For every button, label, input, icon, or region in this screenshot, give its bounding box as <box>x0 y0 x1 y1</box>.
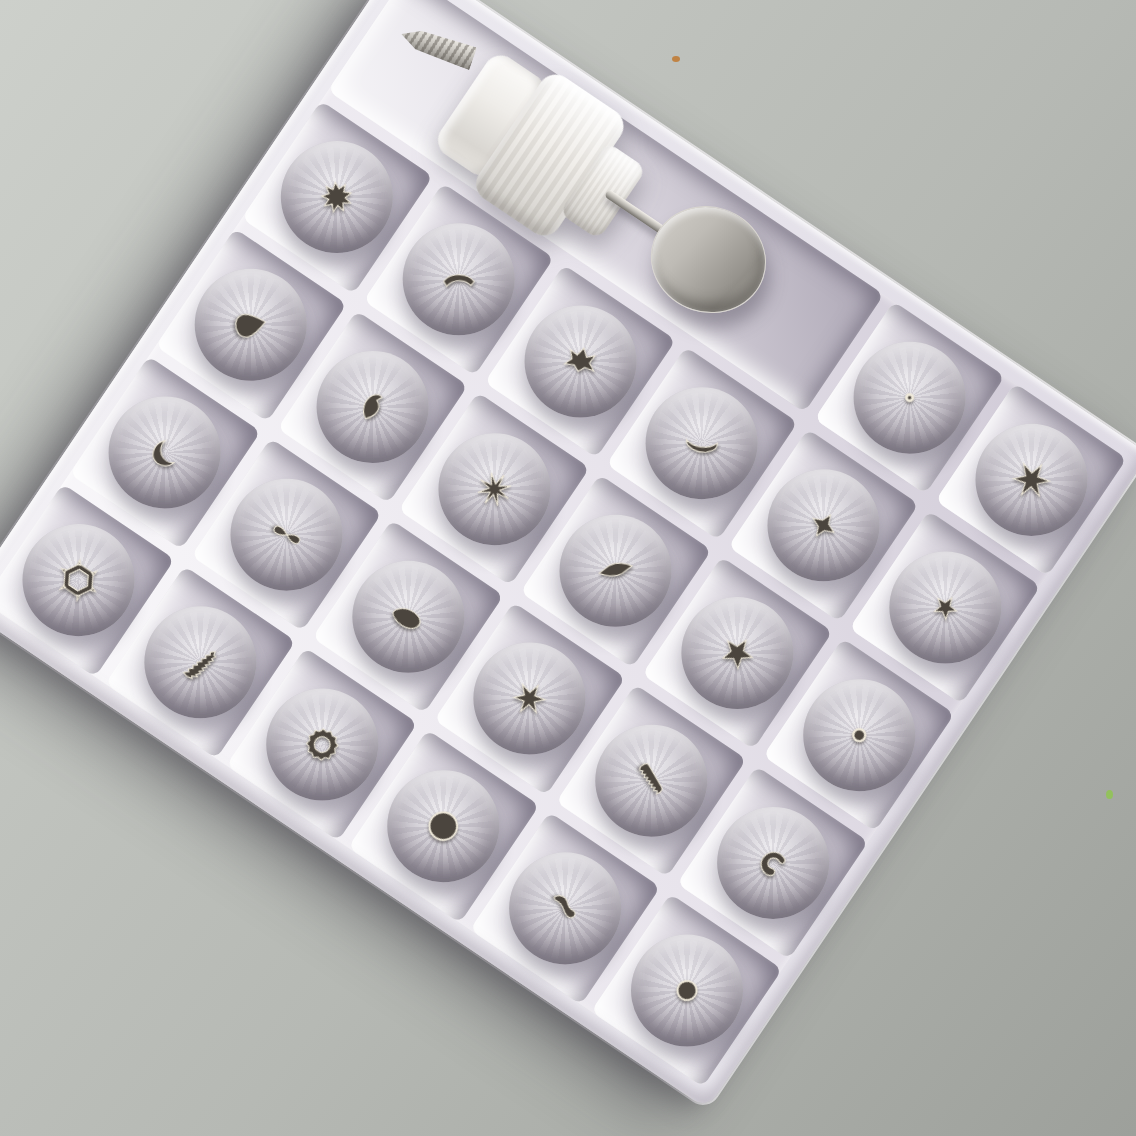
nozzle-cone <box>624 366 779 521</box>
tip-opening-jagged-star-icon <box>304 164 371 231</box>
nozzle-cone <box>1 503 156 658</box>
nozzle-cone <box>452 621 607 776</box>
nozzle-cone <box>244 667 399 822</box>
nozzle-cone <box>330 539 485 694</box>
nozzle-cone <box>867 530 1022 685</box>
tip-opening-teardrop-icon <box>223 297 279 353</box>
tip-opening-star5-icon <box>704 620 771 687</box>
flower-nail-disc <box>637 191 780 328</box>
nozzle-cone <box>503 284 658 439</box>
nozzle-cone <box>538 493 693 648</box>
tip-opening-s-curve-icon <box>533 877 596 940</box>
tip-opening-star6-icon <box>496 665 563 732</box>
nozzle-cone <box>609 913 764 1068</box>
tip-opening-round-tiny-icon <box>876 364 943 431</box>
nozzle-cone <box>953 402 1108 557</box>
nozzle-cone <box>366 749 521 904</box>
nozzle-cone <box>173 247 328 402</box>
nozzle-cone <box>381 202 536 357</box>
tip-opening-petal-notch-icon <box>346 381 399 434</box>
nozzle-cone <box>416 411 571 566</box>
nozzle-cone <box>487 831 642 986</box>
tip-opening-moon-icon <box>139 427 190 478</box>
tip-opening-fern-leaf-icon <box>173 635 228 690</box>
nozzle-cone <box>259 120 414 275</box>
tip-opening-round-large-icon <box>410 793 477 860</box>
tip-opening-star6-large-icon <box>998 446 1065 513</box>
photo-stage <box>0 0 1136 1136</box>
screw-tip <box>397 23 477 70</box>
tip-opening-crescent-slit-icon <box>433 254 484 305</box>
nozzle-cone <box>695 785 850 940</box>
tip-opening-scalloped-ring-icon <box>289 711 356 778</box>
nozzle-cone <box>660 575 815 730</box>
nozzle-cone <box>832 320 987 475</box>
nozzle-cone <box>209 457 364 612</box>
tip-opening-oval-slant-icon <box>374 583 442 651</box>
orange-speck <box>672 56 680 62</box>
compartment-grid <box>0 0 1127 1087</box>
tip-opening-round-small-icon <box>826 702 893 769</box>
tip-opening-maple-leaf-icon <box>551 332 609 390</box>
tip-opening-hourglass-icon <box>254 502 319 567</box>
tip-opening-cross4-icon <box>790 492 857 559</box>
nozzle-cone <box>295 329 450 484</box>
tip-opening-comma-hook-icon <box>740 829 807 896</box>
tip-opening-star5-small-icon <box>912 574 979 641</box>
tip-opening-serrated-band-icon <box>622 752 680 810</box>
nozzle-cone <box>123 585 278 740</box>
nozzle-cone <box>781 657 936 812</box>
nozzle-cone <box>574 703 729 858</box>
tip-opening-hexagon-prong-icon <box>45 547 112 614</box>
green-speck <box>1106 790 1113 799</box>
tip-opening-starburst8-icon <box>461 456 528 523</box>
tip-opening-round-medium-icon <box>653 957 720 1024</box>
tip-opening-leaf-slit-icon <box>590 545 641 596</box>
storage-box <box>0 0 1136 1109</box>
tip-opening-banana-slit-icon <box>674 416 729 471</box>
nozzle-cone <box>87 375 242 530</box>
nozzle-cone <box>746 448 901 603</box>
